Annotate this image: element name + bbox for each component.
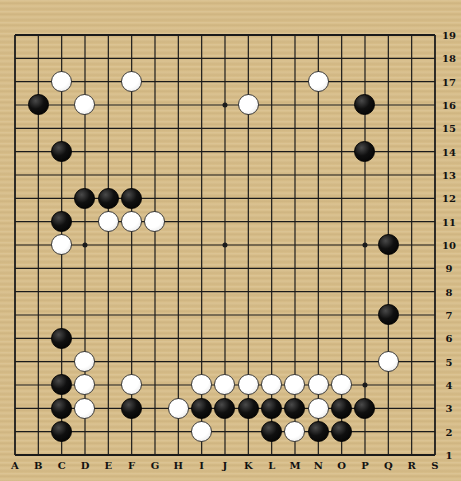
intersection-A10[interactable] (3, 233, 26, 256)
intersection-M5[interactable] (283, 350, 306, 373)
intersection-G3[interactable] (143, 397, 166, 420)
intersection-M17[interactable] (283, 70, 306, 93)
intersection-M18[interactable] (283, 47, 306, 70)
intersection-D6[interactable] (73, 327, 96, 350)
intersection-I17[interactable] (190, 70, 213, 93)
intersection-P10[interactable] (353, 233, 376, 256)
intersection-O19[interactable] (330, 23, 353, 46)
intersection-K12[interactable] (237, 187, 260, 210)
intersection-J8[interactable] (213, 280, 236, 303)
intersection-L6[interactable] (260, 327, 283, 350)
intersection-D15[interactable] (73, 117, 96, 140)
intersection-N4[interactable] (307, 373, 330, 396)
intersection-L8[interactable] (260, 280, 283, 303)
intersection-H7[interactable] (167, 303, 190, 326)
intersection-O9[interactable] (330, 257, 353, 280)
intersection-K8[interactable] (237, 280, 260, 303)
intersection-I9[interactable] (190, 257, 213, 280)
intersection-B11[interactable] (27, 210, 50, 233)
intersection-C11[interactable] (50, 210, 73, 233)
intersection-K10[interactable] (237, 233, 260, 256)
intersection-L5[interactable] (260, 350, 283, 373)
intersection-P5[interactable] (353, 350, 376, 373)
intersection-Q15[interactable] (377, 117, 400, 140)
intersection-L18[interactable] (260, 47, 283, 70)
intersection-J15[interactable] (213, 117, 236, 140)
intersection-N12[interactable] (307, 187, 330, 210)
intersection-G19[interactable] (143, 23, 166, 46)
intersection-H12[interactable] (167, 187, 190, 210)
intersection-D7[interactable] (73, 303, 96, 326)
intersection-K19[interactable] (237, 23, 260, 46)
intersection-M10[interactable] (283, 233, 306, 256)
intersection-F15[interactable] (120, 117, 143, 140)
intersection-R7[interactable] (400, 303, 423, 326)
intersection-C6[interactable] (50, 327, 73, 350)
intersection-P19[interactable] (353, 23, 376, 46)
intersection-A17[interactable] (3, 70, 26, 93)
intersection-N10[interactable] (307, 233, 330, 256)
intersection-H2[interactable] (167, 420, 190, 443)
intersection-H6[interactable] (167, 327, 190, 350)
intersection-O4[interactable] (330, 373, 353, 396)
intersection-D10[interactable] (73, 233, 96, 256)
intersection-O3[interactable] (330, 397, 353, 420)
intersection-B16[interactable] (27, 93, 50, 116)
intersection-E4[interactable] (97, 373, 120, 396)
intersection-F2[interactable] (120, 420, 143, 443)
intersection-L7[interactable] (260, 303, 283, 326)
intersection-I13[interactable] (190, 163, 213, 186)
intersection-B2[interactable] (27, 420, 50, 443)
intersection-I10[interactable] (190, 233, 213, 256)
intersection-P6[interactable] (353, 327, 376, 350)
intersection-A11[interactable] (3, 210, 26, 233)
intersection-H8[interactable] (167, 280, 190, 303)
intersection-Q14[interactable] (377, 140, 400, 163)
intersection-A18[interactable] (3, 47, 26, 70)
intersection-Q2[interactable] (377, 420, 400, 443)
intersection-I3[interactable] (190, 397, 213, 420)
intersection-O8[interactable] (330, 280, 353, 303)
intersection-N19[interactable] (307, 23, 330, 46)
intersection-L9[interactable] (260, 257, 283, 280)
intersection-N17[interactable] (307, 70, 330, 93)
intersection-P14[interactable] (353, 140, 376, 163)
intersection-N2[interactable] (307, 420, 330, 443)
intersection-F14[interactable] (120, 140, 143, 163)
intersection-F13[interactable] (120, 163, 143, 186)
intersection-H15[interactable] (167, 117, 190, 140)
intersection-M16[interactable] (283, 93, 306, 116)
intersection-J17[interactable] (213, 70, 236, 93)
intersection-J12[interactable] (213, 187, 236, 210)
intersection-J19[interactable] (213, 23, 236, 46)
intersection-G15[interactable] (143, 117, 166, 140)
intersection-C16[interactable] (50, 93, 73, 116)
intersection-L14[interactable] (260, 140, 283, 163)
intersection-F7[interactable] (120, 303, 143, 326)
intersection-H17[interactable] (167, 70, 190, 93)
intersection-M6[interactable] (283, 327, 306, 350)
intersection-R9[interactable] (400, 257, 423, 280)
intersection-N7[interactable] (307, 303, 330, 326)
intersection-J16[interactable] (213, 93, 236, 116)
intersection-C9[interactable] (50, 257, 73, 280)
intersection-C4[interactable] (50, 373, 73, 396)
intersection-N6[interactable] (307, 327, 330, 350)
intersection-R6[interactable] (400, 327, 423, 350)
intersection-M15[interactable] (283, 117, 306, 140)
intersection-E19[interactable] (97, 23, 120, 46)
intersection-K11[interactable] (237, 210, 260, 233)
intersection-K15[interactable] (237, 117, 260, 140)
intersection-A4[interactable] (3, 373, 26, 396)
intersection-R12[interactable] (400, 187, 423, 210)
intersection-M2[interactable] (283, 420, 306, 443)
intersection-E9[interactable] (97, 257, 120, 280)
intersection-O11[interactable] (330, 210, 353, 233)
intersection-Q19[interactable] (377, 23, 400, 46)
intersection-L13[interactable] (260, 163, 283, 186)
intersection-E10[interactable] (97, 233, 120, 256)
intersection-A14[interactable] (3, 140, 26, 163)
intersection-G10[interactable] (143, 233, 166, 256)
intersection-B4[interactable] (27, 373, 50, 396)
intersection-I11[interactable] (190, 210, 213, 233)
intersection-P2[interactable] (353, 420, 376, 443)
intersection-R11[interactable] (400, 210, 423, 233)
intersection-R4[interactable] (400, 373, 423, 396)
intersection-E16[interactable] (97, 93, 120, 116)
intersection-D13[interactable] (73, 163, 96, 186)
intersection-H10[interactable] (167, 233, 190, 256)
intersection-F11[interactable] (120, 210, 143, 233)
intersection-Q6[interactable] (377, 327, 400, 350)
intersection-D17[interactable] (73, 70, 96, 93)
intersection-R19[interactable] (400, 23, 423, 46)
intersection-H18[interactable] (167, 47, 190, 70)
intersection-D2[interactable] (73, 420, 96, 443)
intersection-G7[interactable] (143, 303, 166, 326)
intersection-K3[interactable] (237, 397, 260, 420)
intersection-D5[interactable] (73, 350, 96, 373)
intersection-E17[interactable] (97, 70, 120, 93)
intersection-M11[interactable] (283, 210, 306, 233)
intersection-D9[interactable] (73, 257, 96, 280)
intersection-H19[interactable] (167, 23, 190, 46)
intersection-G16[interactable] (143, 93, 166, 116)
intersection-M14[interactable] (283, 140, 306, 163)
intersection-J10[interactable] (213, 233, 236, 256)
intersection-C14[interactable] (50, 140, 73, 163)
intersection-D4[interactable] (73, 373, 96, 396)
intersection-I5[interactable] (190, 350, 213, 373)
intersection-Q8[interactable] (377, 280, 400, 303)
intersection-J13[interactable] (213, 163, 236, 186)
intersection-O15[interactable] (330, 117, 353, 140)
intersection-J5[interactable] (213, 350, 236, 373)
intersection-K16[interactable] (237, 93, 260, 116)
intersection-R15[interactable] (400, 117, 423, 140)
intersection-R3[interactable] (400, 397, 423, 420)
intersection-A13[interactable] (3, 163, 26, 186)
intersection-I7[interactable] (190, 303, 213, 326)
intersection-O10[interactable] (330, 233, 353, 256)
intersection-G14[interactable] (143, 140, 166, 163)
intersection-C18[interactable] (50, 47, 73, 70)
intersection-L2[interactable] (260, 420, 283, 443)
intersection-J11[interactable] (213, 210, 236, 233)
intersection-P18[interactable] (353, 47, 376, 70)
intersection-A8[interactable] (3, 280, 26, 303)
intersection-K13[interactable] (237, 163, 260, 186)
intersection-N18[interactable] (307, 47, 330, 70)
intersection-K9[interactable] (237, 257, 260, 280)
intersection-G5[interactable] (143, 350, 166, 373)
intersection-G2[interactable] (143, 420, 166, 443)
intersection-N15[interactable] (307, 117, 330, 140)
intersection-J7[interactable] (213, 303, 236, 326)
intersection-Q13[interactable] (377, 163, 400, 186)
intersection-A5[interactable] (3, 350, 26, 373)
intersection-A12[interactable] (3, 187, 26, 210)
intersection-Q7[interactable] (377, 303, 400, 326)
intersection-N9[interactable] (307, 257, 330, 280)
intersection-P4[interactable] (353, 373, 376, 396)
intersection-B8[interactable] (27, 280, 50, 303)
intersection-A15[interactable] (3, 117, 26, 140)
intersection-I8[interactable] (190, 280, 213, 303)
intersection-O13[interactable] (330, 163, 353, 186)
intersection-P11[interactable] (353, 210, 376, 233)
intersection-A16[interactable] (3, 93, 26, 116)
intersection-B9[interactable] (27, 257, 50, 280)
intersection-B15[interactable] (27, 117, 50, 140)
intersection-Q16[interactable] (377, 93, 400, 116)
intersection-I15[interactable] (190, 117, 213, 140)
intersection-G8[interactable] (143, 280, 166, 303)
intersection-B7[interactable] (27, 303, 50, 326)
intersection-F12[interactable] (120, 187, 143, 210)
intersection-E14[interactable] (97, 140, 120, 163)
intersection-H13[interactable] (167, 163, 190, 186)
intersection-L4[interactable] (260, 373, 283, 396)
intersection-K7[interactable] (237, 303, 260, 326)
intersection-N11[interactable] (307, 210, 330, 233)
intersection-Q10[interactable] (377, 233, 400, 256)
intersection-E7[interactable] (97, 303, 120, 326)
intersection-R2[interactable] (400, 420, 423, 443)
intersection-P9[interactable] (353, 257, 376, 280)
intersection-G12[interactable] (143, 187, 166, 210)
intersection-F19[interactable] (120, 23, 143, 46)
intersection-G11[interactable] (143, 210, 166, 233)
intersection-E6[interactable] (97, 327, 120, 350)
intersection-C15[interactable] (50, 117, 73, 140)
intersection-D3[interactable] (73, 397, 96, 420)
intersection-P17[interactable] (353, 70, 376, 93)
intersection-A3[interactable] (3, 397, 26, 420)
intersection-G17[interactable] (143, 70, 166, 93)
intersection-E13[interactable] (97, 163, 120, 186)
intersection-O7[interactable] (330, 303, 353, 326)
intersection-M12[interactable] (283, 187, 306, 210)
intersection-Q11[interactable] (377, 210, 400, 233)
intersection-B10[interactable] (27, 233, 50, 256)
intersection-P7[interactable] (353, 303, 376, 326)
intersection-E2[interactable] (97, 420, 120, 443)
intersection-D14[interactable] (73, 140, 96, 163)
intersection-O16[interactable] (330, 93, 353, 116)
intersection-I19[interactable] (190, 23, 213, 46)
intersection-F6[interactable] (120, 327, 143, 350)
intersection-C3[interactable] (50, 397, 73, 420)
intersection-M13[interactable] (283, 163, 306, 186)
intersection-O18[interactable] (330, 47, 353, 70)
intersection-B5[interactable] (27, 350, 50, 373)
intersection-Q12[interactable] (377, 187, 400, 210)
intersection-O17[interactable] (330, 70, 353, 93)
intersection-E8[interactable] (97, 280, 120, 303)
intersection-N3[interactable] (307, 397, 330, 420)
intersection-B19[interactable] (27, 23, 50, 46)
intersection-C8[interactable] (50, 280, 73, 303)
intersection-I12[interactable] (190, 187, 213, 210)
intersection-D16[interactable] (73, 93, 96, 116)
intersection-E5[interactable] (97, 350, 120, 373)
intersection-F4[interactable] (120, 373, 143, 396)
intersection-K6[interactable] (237, 327, 260, 350)
intersection-D11[interactable] (73, 210, 96, 233)
intersection-N13[interactable] (307, 163, 330, 186)
intersection-H5[interactable] (167, 350, 190, 373)
intersection-G13[interactable] (143, 163, 166, 186)
intersection-E12[interactable] (97, 187, 120, 210)
intersection-L10[interactable] (260, 233, 283, 256)
intersection-Q17[interactable] (377, 70, 400, 93)
intersection-I18[interactable] (190, 47, 213, 70)
intersection-H11[interactable] (167, 210, 190, 233)
intersection-P15[interactable] (353, 117, 376, 140)
intersection-J3[interactable] (213, 397, 236, 420)
intersection-F16[interactable] (120, 93, 143, 116)
intersection-I4[interactable] (190, 373, 213, 396)
intersection-B17[interactable] (27, 70, 50, 93)
intersection-J4[interactable] (213, 373, 236, 396)
intersection-F3[interactable] (120, 397, 143, 420)
intersection-M7[interactable] (283, 303, 306, 326)
intersection-O6[interactable] (330, 327, 353, 350)
intersection-C19[interactable] (50, 23, 73, 46)
intersection-A9[interactable] (3, 257, 26, 280)
intersection-J2[interactable] (213, 420, 236, 443)
intersection-H4[interactable] (167, 373, 190, 396)
intersection-N14[interactable] (307, 140, 330, 163)
intersection-M8[interactable] (283, 280, 306, 303)
intersection-D8[interactable] (73, 280, 96, 303)
intersection-I6[interactable] (190, 327, 213, 350)
intersection-L3[interactable] (260, 397, 283, 420)
intersection-R8[interactable] (400, 280, 423, 303)
intersection-F17[interactable] (120, 70, 143, 93)
intersection-R10[interactable] (400, 233, 423, 256)
intersection-F10[interactable] (120, 233, 143, 256)
intersection-B12[interactable] (27, 187, 50, 210)
intersection-N8[interactable] (307, 280, 330, 303)
intersection-B6[interactable] (27, 327, 50, 350)
intersection-M19[interactable] (283, 23, 306, 46)
intersection-G4[interactable] (143, 373, 166, 396)
intersection-C2[interactable] (50, 420, 73, 443)
intersection-J6[interactable] (213, 327, 236, 350)
intersection-Q4[interactable] (377, 373, 400, 396)
intersection-E11[interactable] (97, 210, 120, 233)
intersection-C17[interactable] (50, 70, 73, 93)
intersection-I14[interactable] (190, 140, 213, 163)
intersection-E3[interactable] (97, 397, 120, 420)
intersection-C13[interactable] (50, 163, 73, 186)
intersection-D18[interactable] (73, 47, 96, 70)
intersection-K5[interactable] (237, 350, 260, 373)
intersection-O12[interactable] (330, 187, 353, 210)
intersection-P12[interactable] (353, 187, 376, 210)
intersection-R18[interactable] (400, 47, 423, 70)
intersection-Q3[interactable] (377, 397, 400, 420)
intersection-Q5[interactable] (377, 350, 400, 373)
intersection-A6[interactable] (3, 327, 26, 350)
intersection-P16[interactable] (353, 93, 376, 116)
intersection-F5[interactable] (120, 350, 143, 373)
intersection-B14[interactable] (27, 140, 50, 163)
intersection-D19[interactable] (73, 23, 96, 46)
intersection-A7[interactable] (3, 303, 26, 326)
intersection-A19[interactable] (3, 23, 26, 46)
intersection-O5[interactable] (330, 350, 353, 373)
intersection-E18[interactable] (97, 47, 120, 70)
intersection-K2[interactable] (237, 420, 260, 443)
intersection-P8[interactable] (353, 280, 376, 303)
intersection-J9[interactable] (213, 257, 236, 280)
intersection-L19[interactable] (260, 23, 283, 46)
intersection-L16[interactable] (260, 93, 283, 116)
intersection-R5[interactable] (400, 350, 423, 373)
intersection-F8[interactable] (120, 280, 143, 303)
intersection-R13[interactable] (400, 163, 423, 186)
intersection-O2[interactable] (330, 420, 353, 443)
intersection-K14[interactable] (237, 140, 260, 163)
intersection-D12[interactable] (73, 187, 96, 210)
intersection-K17[interactable] (237, 70, 260, 93)
intersection-Q9[interactable] (377, 257, 400, 280)
intersection-M3[interactable] (283, 397, 306, 420)
intersection-E15[interactable] (97, 117, 120, 140)
intersection-L12[interactable] (260, 187, 283, 210)
intersection-Q18[interactable] (377, 47, 400, 70)
intersection-L11[interactable] (260, 210, 283, 233)
intersection-H9[interactable] (167, 257, 190, 280)
intersection-R17[interactable] (400, 70, 423, 93)
intersection-C7[interactable] (50, 303, 73, 326)
intersection-G18[interactable] (143, 47, 166, 70)
intersection-F9[interactable] (120, 257, 143, 280)
intersection-F18[interactable] (120, 47, 143, 70)
intersection-P3[interactable] (353, 397, 376, 420)
intersection-H14[interactable] (167, 140, 190, 163)
intersection-O14[interactable] (330, 140, 353, 163)
intersection-M4[interactable] (283, 373, 306, 396)
intersection-N16[interactable] (307, 93, 330, 116)
